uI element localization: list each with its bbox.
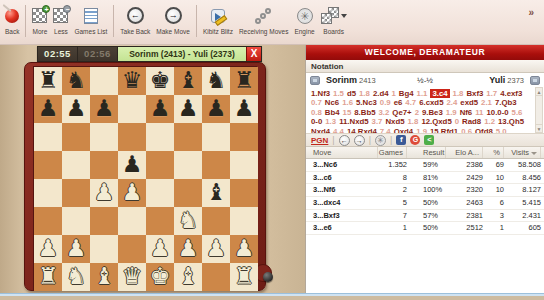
toolbar-button-label: Take Back — [120, 28, 150, 35]
toolbar-overflow-chevron[interactable]: » — [528, 3, 540, 18]
facebook-icon[interactable]: f — [396, 135, 406, 145]
black-knight: ♞ — [202, 67, 230, 94]
column-header-visits[interactable]: Visits — [504, 147, 541, 158]
square-a5[interactable] — [34, 151, 62, 179]
move-time: 1.8 — [408, 117, 419, 126]
square-c4[interactable]: ♟ — [90, 179, 118, 207]
square-e8[interactable]: ♚ — [146, 67, 174, 95]
close-board-button[interactable]: X — [246, 47, 261, 61]
table-row[interactable]: 3...Nc61.35259%23866958.508 — [306, 159, 544, 172]
move-time: 1.6 — [342, 98, 353, 107]
notation-tab[interactable]: Notation — [306, 60, 544, 73]
white-bishop: ♝ — [90, 263, 118, 290]
kibitz-icon — [211, 9, 225, 23]
toolbar-separator — [196, 5, 197, 37]
black-pawn: ♟ — [62, 95, 90, 122]
black-queen: ♛ — [118, 67, 146, 94]
move[interactable]: 9.Be3 — [422, 108, 443, 117]
move-time: 3.7 — [372, 117, 383, 126]
square-g1[interactable] — [202, 263, 230, 291]
notation-line: 0.8Bb4158.Bb53.2Qe7+29.Be31.9Nf61110.0-0… — [311, 108, 534, 117]
square-c7[interactable]: ♟ — [90, 95, 118, 123]
column-header-move[interactable]: Move — [313, 147, 378, 158]
scroll-up-icon[interactable]: ▲ — [536, 88, 542, 96]
move[interactable]: 2.d4 — [373, 89, 389, 98]
square-h5[interactable] — [230, 151, 258, 179]
square-b4[interactable] — [62, 179, 90, 207]
stat-c-result: 50% — [407, 222, 446, 234]
take-back-button[interactable]: ←Take Back — [117, 3, 153, 43]
stat-c-move: 3...Bxf3 — [313, 210, 378, 222]
move[interactable]: 8.Bb5 — [354, 108, 375, 117]
square-g6[interactable] — [202, 123, 230, 151]
table-row[interactable]: 3...Bxf3757%238132.431 — [306, 210, 544, 223]
board-more-icon: + — [32, 8, 47, 23]
stat-c-elo: 2429 — [446, 172, 483, 184]
separator: | — [369, 135, 371, 145]
stat-c-result: 81% — [407, 172, 446, 184]
move[interactable]: 5.Nc3 — [356, 98, 377, 107]
icon-holder — [84, 4, 98, 27]
square-b3[interactable] — [62, 207, 90, 235]
square-a7[interactable]: ♟ — [34, 95, 62, 123]
stat-c-elo: 2320 — [446, 184, 483, 196]
stat-c-games: 1 — [378, 222, 407, 234]
toolbar-button-label: Less — [54, 28, 68, 35]
square-c8[interactable] — [90, 67, 118, 95]
back-button[interactable]: Back — [2, 3, 22, 43]
black-pawn: ♟ — [90, 95, 118, 122]
icon-holder — [211, 4, 225, 27]
stat-c-visits: 5.415 — [504, 197, 541, 209]
column-header-eloa[interactable]: Elo A... — [446, 147, 483, 158]
square-b2[interactable]: ♟ — [62, 235, 90, 263]
black-player-name[interactable]: Yuli — [489, 75, 505, 85]
square-b6[interactable] — [62, 123, 90, 151]
stat-c-games: 7 — [378, 210, 407, 222]
square-h8[interactable]: ♜ — [230, 67, 258, 95]
less-button[interactable]: −Less — [50, 3, 71, 43]
prev-move-button[interactable]: ← — [339, 135, 350, 146]
welcome-banner: WELCOME, DERAMATEUR — [306, 45, 544, 60]
square-f5[interactable] — [174, 151, 202, 179]
icon-holder — [5, 4, 19, 27]
black-bishop: ♝ — [202, 179, 230, 206]
window-bottom-strip — [0, 296, 544, 300]
stat-c-pct: 69 — [483, 159, 504, 171]
black-pawn: ♟ — [202, 95, 230, 122]
move-time: 1.7 — [486, 89, 497, 98]
stat-c-elo: 2512 — [446, 222, 483, 234]
main-toolbar: Back+More−LessGames List←Take Back→Make … — [0, 0, 544, 45]
toolbar-button-label: Games List — [74, 28, 107, 35]
column-header-%[interactable]: % — [483, 147, 504, 158]
black-player-rating: 2373 — [507, 76, 524, 85]
stat-c-pct: 6 — [483, 197, 504, 209]
boards-button[interactable]: Boards — [318, 3, 350, 43]
square-d3[interactable] — [118, 207, 146, 235]
move-time: 2 — [415, 108, 419, 117]
square-e1[interactable]: ♚ — [146, 263, 174, 291]
white-pawn: ♟ — [34, 235, 62, 262]
square-d1[interactable]: ♛ — [118, 263, 146, 291]
square-g8[interactable]: ♞ — [202, 67, 230, 95]
white-queen: ♛ — [118, 263, 146, 290]
black-rook: ♜ — [34, 67, 62, 94]
stat-c-pct: 1 — [483, 222, 504, 234]
scroll-down-icon[interactable]: ▼ — [536, 124, 542, 132]
make-move-icon: → — [165, 7, 182, 24]
take-back-icon: ← — [127, 7, 144, 24]
square-c2[interactable] — [90, 235, 118, 263]
stats-table-rows: 3...Nc61.35259%23866958.5083...c6881%242… — [306, 159, 544, 235]
stat-c-result: 50% — [407, 197, 446, 209]
column-header-result[interactable]: Result — [407, 147, 446, 158]
white-king: ♚ — [146, 263, 174, 290]
white-player-rating: 2413 — [359, 76, 376, 85]
square-b8[interactable]: ♞ — [62, 67, 90, 95]
square-h4[interactable] — [230, 179, 258, 207]
move[interactable]: 1.Nf3 — [311, 89, 330, 98]
move-time: 11 — [475, 108, 483, 117]
stat-c-elo: 2381 — [446, 210, 483, 222]
current-move[interactable]: 3.c4 — [430, 89, 449, 98]
white-rook: ♜ — [34, 263, 62, 290]
square-g7[interactable]: ♟ — [202, 95, 230, 123]
move-time: 1.8 — [359, 89, 370, 98]
square-d4[interactable]: ♟ — [118, 179, 146, 207]
toolbar-button-label: Back — [5, 28, 19, 35]
square-h7[interactable]: ♟ — [230, 95, 258, 123]
move-time: 1.5 — [333, 89, 344, 98]
square-h3[interactable] — [230, 207, 258, 235]
chain-icon — [255, 8, 273, 24]
black-rook: ♜ — [230, 67, 258, 94]
square-b1[interactable]: ♞ — [62, 263, 90, 291]
stat-c-visits: 8.456 — [504, 172, 541, 184]
square-d2[interactable] — [118, 235, 146, 263]
square-a8[interactable]: ♜ — [34, 67, 62, 95]
engine-button[interactable]: ✳Engine — [291, 3, 317, 43]
square-c3[interactable] — [90, 207, 118, 235]
table-row[interactable]: 3...c6881%2429108.456 — [306, 172, 544, 185]
stat-c-games: 1.352 — [378, 159, 407, 171]
players-header: Sorinm 2413 ½-½ Yuli 2373 — [306, 73, 544, 87]
toolbar-separator — [113, 5, 114, 37]
move-time: 2.1 — [481, 98, 492, 107]
icon-holder: − — [53, 4, 68, 27]
separator: | — [332, 135, 334, 145]
pgn-toolbar: PGN | ← → | ✳ | f G < — [306, 133, 544, 147]
white-player-icon — [310, 76, 320, 85]
notation-scrollbar[interactable]: ▲ ▼ — [535, 87, 543, 133]
square-e2[interactable]: ♟ — [146, 235, 174, 263]
black-pawn: ♟ — [230, 95, 258, 122]
square-f1[interactable]: ♝ — [174, 263, 202, 291]
icon-holder: ← — [127, 4, 144, 27]
black-knight: ♞ — [62, 67, 90, 94]
toolbar-separator — [25, 5, 26, 37]
move-time: 1.9 — [446, 108, 457, 117]
boards-icon — [321, 7, 339, 24]
chess-board[interactable]: ♜♞♛♚♝♞♜♟♟♟♟♟♟♟♟♟♟♝♞♟♟♟♟♟♟♜♞♝♛♚♝♜ — [33, 66, 257, 290]
toolbar-button-label: Receiving Moves — [239, 28, 289, 35]
back-pin-icon — [5, 9, 19, 23]
white-knight: ♞ — [174, 207, 202, 234]
games-list-icon — [84, 8, 98, 24]
square-a1[interactable]: ♜ — [34, 263, 62, 291]
stat-c-elo: 2386 — [446, 159, 483, 171]
white-pawn: ♟ — [174, 235, 202, 262]
square-h2[interactable]: ♟ — [230, 235, 258, 263]
move-time: 5.6 — [512, 108, 523, 117]
move-time: 2.4 — [446, 98, 457, 107]
square-e7[interactable]: ♟ — [146, 95, 174, 123]
square-f8[interactable]: ♝ — [174, 67, 202, 95]
pgn-link[interactable]: PGN — [311, 136, 328, 145]
stat-c-move: 3...c6 — [313, 172, 378, 184]
move[interactable]: e6 — [394, 98, 403, 107]
stats-table-header: MoveGamesResultElo A...%Visits — [306, 147, 544, 159]
square-h1[interactable]: ♜ — [230, 263, 258, 291]
move-time: 1.1 — [417, 89, 428, 98]
toolbar-button-label: Boards — [323, 28, 344, 35]
black-king: ♚ — [146, 67, 174, 94]
white-pawn: ♟ — [118, 179, 146, 206]
games-list-button[interactable]: Games List — [71, 3, 110, 43]
game-players-title: Sorinm (2413) - Yuli (2373) — [118, 47, 246, 61]
move[interactable]: 6.cxd5 — [419, 98, 443, 107]
icon-holder: → — [165, 4, 182, 27]
square-c1[interactable]: ♝ — [90, 263, 118, 291]
move[interactable]: exd5 — [460, 98, 478, 107]
move[interactable]: 11.Nxd5 — [339, 117, 368, 126]
black-pawn: ♟ — [34, 95, 62, 122]
black-bishop: ♝ — [174, 67, 202, 94]
move[interactable]: Nc6 — [325, 98, 339, 107]
table-row[interactable]: 3...Nf62100%2320108.127 — [306, 184, 544, 197]
white-bishop: ♝ — [174, 263, 202, 290]
icon-holder — [321, 4, 347, 27]
move[interactable]: Bxf3 — [466, 89, 483, 98]
black-player-icon — [530, 76, 540, 85]
square-d8[interactable]: ♛ — [118, 67, 146, 95]
white-pawn: ♟ — [230, 235, 258, 262]
table-row[interactable]: 3...e6150%25121605 — [306, 222, 544, 235]
toolbar-button-label: Make Move — [156, 28, 190, 35]
move[interactable]: 12.Qxd5 — [421, 117, 451, 126]
move-time: 1.8 — [453, 89, 464, 98]
move[interactable]: Bg4 — [399, 89, 414, 98]
square-g4[interactable]: ♝ — [202, 179, 230, 207]
move-time: 3.2 — [379, 108, 390, 117]
black-pawn: ♟ — [174, 95, 202, 122]
icon-holder: ✳ — [297, 4, 313, 27]
move[interactable]: Rad8 — [462, 117, 481, 126]
icon-holder: + — [32, 4, 47, 27]
stat-c-elo: 2463 — [446, 197, 483, 209]
black-clock: 02:56 — [78, 47, 118, 61]
move-time: 1.2 — [484, 117, 495, 126]
stat-c-move: 3...Nc6 — [313, 159, 378, 171]
move[interactable]: Nf6 — [460, 108, 473, 117]
square-f4[interactable] — [174, 179, 202, 207]
notation-line: 0-01.311.Nxd53.7Nxd51.812.Qxd50Rad81.213… — [311, 117, 534, 126]
toolbar-button-label: More — [33, 28, 48, 35]
move[interactable]: Nxd5 — [385, 117, 404, 126]
stat-c-pct: 3 — [483, 210, 504, 222]
white-clock: 02:55 — [38, 47, 78, 61]
black-pawn: ♟ — [146, 95, 174, 122]
toolbar-button-label: Kibitz Blitz — [203, 28, 233, 35]
stat-c-visits: 2.431 — [504, 210, 541, 222]
square-a2[interactable]: ♟ — [34, 235, 62, 263]
move[interactable]: Qe7+ — [392, 108, 411, 117]
move[interactable]: d5 — [347, 89, 356, 98]
move-time: 4.7 — [405, 98, 416, 107]
move-notation: 1.Nf31.5d51.82.d41Bg41.13.c41.8Bxf31.74.… — [306, 87, 536, 133]
kibitz-blitz-button[interactable]: Kibitz Blitz — [200, 3, 236, 43]
stat-c-visits: 605 — [504, 222, 541, 234]
icon-holder — [255, 4, 273, 27]
sort-arrow-icon — [531, 152, 537, 155]
move[interactable]: 4.exf3 — [500, 89, 522, 98]
move-time: 0.8 — [311, 108, 322, 117]
table-row[interactable]: 3...dxc4550%246365.415 — [306, 197, 544, 210]
white-pawn: ♟ — [146, 235, 174, 262]
stat-c-pct: 10 — [483, 184, 504, 196]
stat-c-move: 3...Nf6 — [313, 184, 378, 196]
stat-c-visits: 58.508 — [504, 159, 541, 171]
stat-c-pct: 10 — [483, 172, 504, 184]
stat-c-games: 8 — [378, 172, 407, 184]
square-g5[interactable] — [202, 151, 230, 179]
move[interactable]: 13.Qh5 — [498, 117, 524, 126]
move-time: 15 — [343, 108, 352, 117]
stat-c-move: 3...dxc4 — [313, 197, 378, 209]
white-pawn: ♟ — [202, 235, 230, 262]
column-header-games[interactable]: Games — [378, 147, 407, 158]
notation-line: 0.7Nc61.65.Nc30.9e64.76.cxd52.4exd52.17.… — [311, 98, 534, 107]
stat-c-result: 100% — [407, 184, 446, 196]
square-e3[interactable] — [146, 207, 174, 235]
square-e5[interactable] — [146, 151, 174, 179]
white-pawn: ♟ — [90, 179, 118, 206]
square-f7[interactable]: ♟ — [174, 95, 202, 123]
white-knight: ♞ — [62, 263, 90, 290]
square-a6[interactable] — [34, 123, 62, 151]
move[interactable]: 7.Qb3 — [495, 98, 517, 107]
square-f6[interactable] — [174, 123, 202, 151]
game-clock-bar: 02:55 02:56 Sorinm (2413) - Yuli (2373) … — [37, 46, 262, 62]
black-pawn: ♟ — [118, 151, 146, 178]
stat-c-result: 57% — [407, 210, 446, 222]
move-time: 0 — [455, 117, 459, 126]
square-c5[interactable] — [90, 151, 118, 179]
square-g3[interactable] — [202, 207, 230, 235]
plus-badge-icon: + — [42, 5, 50, 13]
square-b5[interactable] — [62, 151, 90, 179]
white-rook: ♜ — [230, 263, 258, 290]
move-time: 0.9 — [380, 98, 391, 107]
stat-c-move: 3...e6 — [313, 222, 378, 234]
move[interactable]: Bb4 — [325, 108, 340, 117]
square-c6[interactable] — [90, 123, 118, 151]
square-g2[interactable]: ♟ — [202, 235, 230, 263]
minus-badge-icon: − — [63, 5, 71, 13]
square-f2[interactable]: ♟ — [174, 235, 202, 263]
square-b7[interactable]: ♟ — [62, 95, 90, 123]
googleplus-icon[interactable]: G — [410, 135, 420, 145]
square-a3[interactable] — [34, 207, 62, 235]
board-less-icon: − — [53, 8, 68, 23]
stat-c-result: 59% — [407, 159, 446, 171]
separator: | — [390, 135, 392, 145]
board-pane: 02:55 02:56 Sorinm (2413) - Yuli (2373) … — [0, 45, 305, 293]
move[interactable]: 0-0 — [311, 117, 322, 126]
square-d7[interactable] — [118, 95, 146, 123]
toolbar-button-label: Engine — [294, 28, 314, 35]
square-d5[interactable]: ♟ — [118, 151, 146, 179]
more-button[interactable]: +More — [29, 3, 50, 43]
receiving-moves-button[interactable]: Receiving Moves — [236, 3, 292, 43]
square-d6[interactable] — [118, 123, 146, 151]
engine-fan-icon: ✳ — [297, 8, 313, 24]
next-move-button[interactable]: → — [354, 135, 365, 146]
white-pawn: ♟ — [62, 235, 90, 262]
stat-c-games: 5 — [378, 197, 407, 209]
chevron-down-icon[interactable] — [341, 14, 347, 18]
notation-line: 1.Nf31.5d51.82.d41Bg41.13.c41.8Bxf31.74.… — [311, 89, 534, 98]
game-result: ½-½ — [417, 76, 433, 85]
square-a4[interactable] — [34, 179, 62, 207]
engine-icon[interactable]: ✳ — [375, 135, 386, 146]
move-time: 0.7 — [311, 98, 322, 107]
right-panel: WELCOME, DERAMATEUR Notation Sorinm 2413… — [305, 45, 544, 293]
make-move-button[interactable]: →Make Move — [153, 3, 193, 43]
white-player-name[interactable]: Sorinm — [326, 75, 357, 85]
move[interactable]: 10.0-0 — [486, 108, 508, 117]
square-e6[interactable] — [146, 123, 174, 151]
board-knob — [263, 272, 273, 282]
square-f3[interactable]: ♞ — [174, 207, 202, 235]
stat-c-visits: 8.127 — [504, 184, 541, 196]
square-e4[interactable] — [146, 179, 174, 207]
move-time: 1.3 — [325, 117, 336, 126]
move-time: 1 — [391, 89, 395, 98]
square-h6[interactable] — [230, 123, 258, 151]
stat-c-games: 2 — [378, 184, 407, 196]
share-icon[interactable]: < — [424, 135, 434, 145]
